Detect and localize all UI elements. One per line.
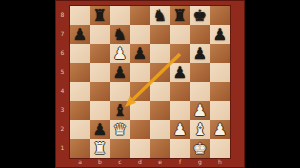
square-c5[interactable]: ♟ — [110, 63, 130, 82]
square-a1[interactable] — [70, 139, 90, 158]
left-black-bar — [0, 0, 55, 168]
square-d6[interactable]: ♟ — [130, 44, 150, 63]
rank-label-2: 2 — [55, 126, 70, 132]
square-f3[interactable] — [170, 101, 190, 120]
black-pawn-a7[interactable]: ♟ — [73, 25, 87, 44]
black-pawn-h7[interactable]: ♟ — [213, 25, 227, 44]
white-pawn-g3[interactable]: ♟ — [193, 101, 207, 120]
square-a5[interactable] — [70, 63, 90, 82]
square-c8[interactable] — [110, 6, 130, 25]
file-label-f: f — [170, 159, 190, 168]
black-pawn-c5[interactable]: ♟ — [113, 63, 127, 82]
square-f4[interactable] — [170, 82, 190, 101]
square-e2[interactable] — [150, 120, 170, 139]
black-pawn-d6[interactable]: ♟ — [133, 44, 147, 63]
square-a6[interactable] — [70, 44, 90, 63]
rank-label-1: 1 — [55, 145, 70, 151]
square-c4[interactable] — [110, 82, 130, 101]
square-d8[interactable] — [130, 6, 150, 25]
square-b5[interactable] — [90, 63, 110, 82]
square-e7[interactable] — [150, 25, 170, 44]
square-f1[interactable] — [170, 139, 190, 158]
chess-diagram: 87654321 abcdefgh ♜♞♜♚♟♞♟♟♟♟♟♟♝♟♟♛♟♝♟♜♚ — [0, 0, 300, 168]
black-rook-b8[interactable]: ♜ — [93, 6, 107, 25]
square-d2[interactable] — [130, 120, 150, 139]
square-g3[interactable]: ♟ — [190, 101, 210, 120]
square-f5[interactable]: ♟ — [170, 63, 190, 82]
white-queen-c2[interactable]: ♛ — [113, 120, 127, 139]
square-d1[interactable] — [130, 139, 150, 158]
square-b6[interactable] — [90, 44, 110, 63]
square-b2[interactable]: ♟ — [90, 120, 110, 139]
rank-label-5: 5 — [55, 69, 70, 75]
square-h2[interactable]: ♟ — [210, 120, 230, 139]
square-h1[interactable] — [210, 139, 230, 158]
file-label-h: h — [210, 159, 230, 168]
file-label-g: g — [190, 159, 210, 168]
square-f7[interactable] — [170, 25, 190, 44]
black-pawn-b2[interactable]: ♟ — [93, 120, 107, 139]
square-f8[interactable]: ♜ — [170, 6, 190, 25]
square-d3[interactable] — [130, 101, 150, 120]
square-b7[interactable] — [90, 25, 110, 44]
square-c7[interactable]: ♞ — [110, 25, 130, 44]
square-e4[interactable] — [150, 82, 170, 101]
square-f6[interactable] — [170, 44, 190, 63]
black-bishop-c3[interactable]: ♝ — [113, 101, 127, 120]
square-d5[interactable] — [130, 63, 150, 82]
square-h6[interactable] — [210, 44, 230, 63]
white-pawn-c6[interactable]: ♟ — [113, 44, 127, 63]
square-e5[interactable] — [150, 63, 170, 82]
square-g2[interactable]: ♝ — [190, 120, 210, 139]
chess-board: 87654321 abcdefgh ♜♞♜♚♟♞♟♟♟♟♟♟♝♟♟♛♟♝♟♜♚ — [55, 0, 245, 168]
square-c6[interactable]: ♟ — [110, 44, 130, 63]
square-h7[interactable]: ♟ — [210, 25, 230, 44]
rank-label-7: 7 — [55, 31, 70, 37]
square-c3[interactable]: ♝ — [110, 101, 130, 120]
file-label-a: a — [70, 159, 90, 168]
square-g5[interactable] — [190, 63, 210, 82]
square-e8[interactable]: ♞ — [150, 6, 170, 25]
black-pawn-g6[interactable]: ♟ — [193, 44, 207, 63]
square-e3[interactable] — [150, 101, 170, 120]
square-f2[interactable]: ♟ — [170, 120, 190, 139]
square-a8[interactable] — [70, 6, 90, 25]
rank-label-3: 3 — [55, 107, 70, 113]
square-d7[interactable] — [130, 25, 150, 44]
file-label-b: b — [90, 159, 110, 168]
white-bishop-g2[interactable]: ♝ — [193, 120, 207, 139]
square-a2[interactable] — [70, 120, 90, 139]
white-pawn-f2[interactable]: ♟ — [173, 120, 187, 139]
square-c2[interactable]: ♛ — [110, 120, 130, 139]
square-a7[interactable]: ♟ — [70, 25, 90, 44]
square-h3[interactable] — [210, 101, 230, 120]
square-b4[interactable] — [90, 82, 110, 101]
square-e1[interactable] — [150, 139, 170, 158]
white-rook-b1[interactable]: ♜ — [93, 139, 107, 158]
rank-label-6: 6 — [55, 50, 70, 56]
black-rook-f8[interactable]: ♜ — [173, 6, 187, 25]
black-pawn-f5[interactable]: ♟ — [173, 63, 187, 82]
right-black-bar — [245, 0, 300, 168]
square-g8[interactable]: ♚ — [190, 6, 210, 25]
board-grid: ♜♞♜♚♟♞♟♟♟♟♟♟♝♟♟♛♟♝♟♜♚ — [70, 6, 230, 158]
black-knight-c7[interactable]: ♞ — [113, 25, 127, 44]
black-knight-e8[interactable]: ♞ — [153, 6, 167, 25]
square-g4[interactable] — [190, 82, 210, 101]
square-h5[interactable] — [210, 63, 230, 82]
black-king-g8[interactable]: ♚ — [193, 6, 207, 25]
square-a3[interactable] — [70, 101, 90, 120]
file-label-e: e — [150, 159, 170, 168]
white-pawn-h2[interactable]: ♟ — [213, 120, 227, 139]
square-b1[interactable]: ♜ — [90, 139, 110, 158]
file-label-d: d — [130, 159, 150, 168]
square-g7[interactable] — [190, 25, 210, 44]
square-d4[interactable] — [130, 82, 150, 101]
square-h4[interactable] — [210, 82, 230, 101]
square-g6[interactable]: ♟ — [190, 44, 210, 63]
rank-label-8: 8 — [55, 12, 70, 18]
square-b8[interactable]: ♜ — [90, 6, 110, 25]
white-king-g1[interactable]: ♚ — [193, 139, 207, 158]
square-a4[interactable] — [70, 82, 90, 101]
file-label-c: c — [110, 159, 130, 168]
square-b3[interactable] — [90, 101, 110, 120]
square-g1[interactable]: ♚ — [190, 139, 210, 158]
square-e6[interactable] — [150, 44, 170, 63]
square-c1[interactable] — [110, 139, 130, 158]
rank-label-4: 4 — [55, 88, 70, 94]
square-h8[interactable] — [210, 6, 230, 25]
